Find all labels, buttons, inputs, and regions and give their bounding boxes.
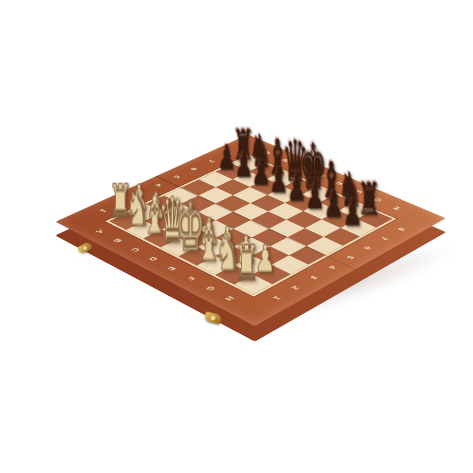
chess-board: ABCDEFGH ABCDEFGH 87654321 87654321 ♜♞♝♛… (56, 135, 446, 326)
square-f5[interactable] (269, 220, 305, 237)
piece-black-pawn[interactable]: ♟ (305, 179, 324, 214)
product-photo-canvas: ABCDEFGH ABCDEFGH 87654321 87654321 ♜♞♝♛… (0, 0, 473, 473)
piece-black-pawn[interactable]: ♟ (342, 195, 362, 231)
piece-black-pawn[interactable]: ♟ (234, 148, 253, 182)
piece-white-rook[interactable]: ♜ (233, 240, 259, 288)
piece-black-pawn[interactable]: ♟ (323, 187, 343, 223)
piece-black-pawn[interactable]: ♟ (269, 163, 288, 198)
folding-chess-box: ABCDEFGH ABCDEFGH 87654321 87654321 ♜♞♝♛… (56, 135, 446, 326)
piece-black-pawn[interactable]: ♟ (286, 171, 305, 206)
piece-black-pawn[interactable]: ♟ (251, 156, 270, 190)
piece-black-pawn[interactable]: ♟ (217, 141, 236, 175)
